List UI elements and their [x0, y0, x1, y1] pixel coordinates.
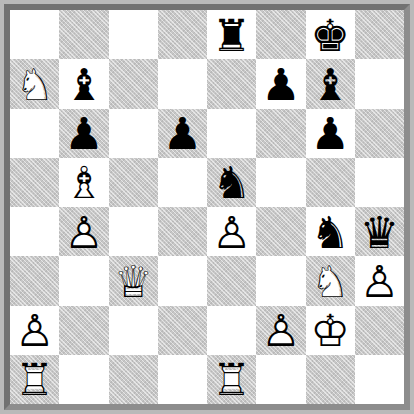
square-g4[interactable]: ♞	[306, 207, 355, 256]
white-queen-glyph: ♕	[113, 260, 152, 304]
square-b4[interactable]: ♟♙	[59, 207, 108, 256]
white-queen: ♛♕	[109, 257, 158, 305]
square-f6[interactable]	[256, 109, 305, 158]
black-king: ♚	[306, 11, 355, 59]
square-c7[interactable]	[109, 59, 158, 108]
white-pawn: ♟♙	[355, 257, 404, 305]
black-pawn: ♟	[158, 110, 207, 158]
square-a2[interactable]: ♟♙	[10, 306, 59, 355]
white-knight: ♞♘	[10, 60, 59, 108]
black-rook-glyph: ♜	[212, 14, 251, 58]
square-d7[interactable]	[158, 59, 207, 108]
white-pawn: ♟♙	[207, 208, 256, 256]
square-f3[interactable]	[256, 256, 305, 305]
square-b2[interactable]	[59, 306, 108, 355]
square-c1[interactable]	[109, 355, 158, 404]
square-e6[interactable]	[207, 109, 256, 158]
square-a5[interactable]	[10, 158, 59, 207]
white-pawn: ♟♙	[256, 307, 305, 355]
white-pawn-glyph: ♙	[212, 211, 251, 255]
square-b1[interactable]	[59, 355, 108, 404]
black-pawn-glyph: ♟	[261, 63, 300, 107]
square-a4[interactable]	[10, 207, 59, 256]
black-king-glyph: ♚	[310, 14, 349, 58]
white-king: ♚♔	[306, 307, 355, 355]
square-h7[interactable]	[355, 59, 404, 108]
square-d2[interactable]	[158, 306, 207, 355]
white-bishop: ♝♗	[59, 159, 108, 207]
black-pawn-glyph: ♟	[310, 112, 349, 156]
square-a3[interactable]	[10, 256, 59, 305]
square-g5[interactable]	[306, 158, 355, 207]
square-g8[interactable]: ♚	[306, 10, 355, 59]
square-c8[interactable]	[109, 10, 158, 59]
square-h5[interactable]	[355, 158, 404, 207]
square-c6[interactable]	[109, 109, 158, 158]
square-h2[interactable]	[355, 306, 404, 355]
square-b5[interactable]: ♝♗	[59, 158, 108, 207]
square-f1[interactable]	[256, 355, 305, 404]
chess-board-frame: ♜♚♞♘♝♟♝♟♟♟♝♗♞♟♙♟♙♞♛♛♕♞♘♟♙♟♙♟♙♚♔♜♖♜♖	[0, 0, 414, 414]
square-f7[interactable]: ♟	[256, 59, 305, 108]
black-pawn: ♟	[256, 60, 305, 108]
square-f2[interactable]: ♟♙	[256, 306, 305, 355]
square-b7[interactable]: ♝	[59, 59, 108, 108]
black-knight: ♞	[306, 208, 355, 256]
black-knight-glyph: ♞	[310, 211, 349, 255]
white-bishop-glyph: ♗	[64, 161, 103, 205]
square-h8[interactable]	[355, 10, 404, 59]
square-c2[interactable]	[109, 306, 158, 355]
square-a8[interactable]	[10, 10, 59, 59]
black-rook: ♜	[207, 11, 256, 59]
black-bishop-glyph: ♝	[310, 63, 349, 107]
square-a6[interactable]	[10, 109, 59, 158]
black-pawn-glyph: ♟	[163, 112, 202, 156]
black-bishop-glyph: ♝	[64, 63, 103, 107]
square-b3[interactable]	[59, 256, 108, 305]
square-g7[interactable]: ♝	[306, 59, 355, 108]
square-g2[interactable]: ♚♔	[306, 306, 355, 355]
square-c5[interactable]	[109, 158, 158, 207]
square-d8[interactable]	[158, 10, 207, 59]
square-e4[interactable]: ♟♙	[207, 207, 256, 256]
white-knight-glyph: ♘	[310, 260, 349, 304]
white-knight-glyph: ♘	[15, 63, 54, 107]
square-d3[interactable]	[158, 256, 207, 305]
square-e3[interactable]	[207, 256, 256, 305]
white-rook-glyph: ♖	[212, 358, 251, 402]
square-e7[interactable]	[207, 59, 256, 108]
white-pawn-glyph: ♙	[15, 309, 54, 353]
black-bishop: ♝	[59, 60, 108, 108]
white-rook: ♜♖	[207, 356, 256, 404]
black-queen: ♛	[355, 208, 404, 256]
white-knight: ♞♘	[306, 257, 355, 305]
white-rook-glyph: ♖	[15, 358, 54, 402]
white-pawn: ♟♙	[10, 307, 59, 355]
square-f5[interactable]	[256, 158, 305, 207]
square-a1[interactable]: ♜♖	[10, 355, 59, 404]
white-pawn: ♟♙	[59, 208, 108, 256]
square-d1[interactable]	[158, 355, 207, 404]
square-a7[interactable]: ♞♘	[10, 59, 59, 108]
black-pawn: ♟	[306, 110, 355, 158]
black-bishop: ♝	[306, 60, 355, 108]
square-f4[interactable]	[256, 207, 305, 256]
white-pawn-glyph: ♙	[64, 211, 103, 255]
square-b6[interactable]: ♟	[59, 109, 108, 158]
square-e1[interactable]: ♜♖	[207, 355, 256, 404]
black-knight: ♞	[207, 159, 256, 207]
white-pawn-glyph: ♙	[261, 309, 300, 353]
square-e8[interactable]: ♜	[207, 10, 256, 59]
board-bevel-border: ♜♚♞♘♝♟♝♟♟♟♝♗♞♟♙♟♙♞♛♛♕♞♘♟♙♟♙♟♙♚♔♜♖♜♖	[4, 4, 410, 410]
white-pawn-glyph: ♙	[360, 260, 399, 304]
square-b8[interactable]	[59, 10, 108, 59]
square-d4[interactable]	[158, 207, 207, 256]
black-pawn-glyph: ♟	[64, 112, 103, 156]
square-e5[interactable]: ♞	[207, 158, 256, 207]
square-c4[interactable]	[109, 207, 158, 256]
square-e2[interactable]	[207, 306, 256, 355]
square-h3[interactable]: ♟♙	[355, 256, 404, 305]
black-pawn: ♟	[59, 110, 108, 158]
square-d5[interactable]	[158, 158, 207, 207]
square-g1[interactable]	[306, 355, 355, 404]
black-queen-glyph: ♛	[360, 211, 399, 255]
square-c3[interactable]: ♛♕	[109, 256, 158, 305]
square-d6[interactable]: ♟	[158, 109, 207, 158]
white-rook: ♜♖	[10, 356, 59, 404]
square-f8[interactable]	[256, 10, 305, 59]
black-knight-glyph: ♞	[212, 161, 251, 205]
square-h1[interactable]	[355, 355, 404, 404]
chess-board: ♜♚♞♘♝♟♝♟♟♟♝♗♞♟♙♟♙♞♛♛♕♞♘♟♙♟♙♟♙♚♔♜♖♜♖	[10, 10, 404, 404]
square-h6[interactable]	[355, 109, 404, 158]
square-g6[interactable]: ♟	[306, 109, 355, 158]
square-h4[interactable]: ♛	[355, 207, 404, 256]
square-g3[interactable]: ♞♘	[306, 256, 355, 305]
white-king-glyph: ♔	[310, 309, 349, 353]
